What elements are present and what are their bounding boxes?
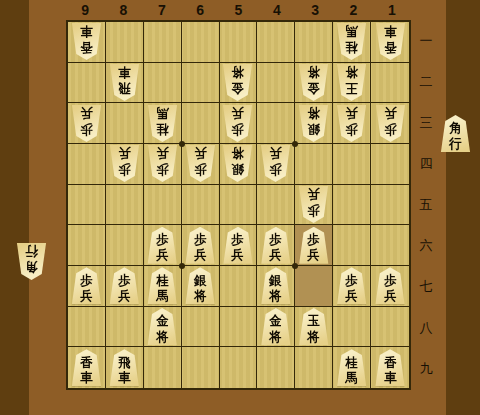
sente-piece[interactable]: 歩兵 <box>147 227 178 264</box>
square-8五[interactable] <box>106 185 144 226</box>
square-3四[interactable] <box>295 144 333 185</box>
sente-piece[interactable]: 歩兵 <box>71 267 102 304</box>
square-5一[interactable] <box>220 22 258 63</box>
square-6六[interactable]: 歩兵 <box>182 225 220 266</box>
shogi-board: 香車桂馬香車飛車金将金将王将歩兵桂馬歩兵銀将歩兵歩兵歩兵歩兵歩兵銀将歩兵歩兵歩兵… <box>66 20 411 390</box>
square-3六[interactable]: 歩兵 <box>295 225 333 266</box>
file-label-9: 9 <box>66 0 104 20</box>
square-3二[interactable]: 金将 <box>295 63 333 104</box>
square-4六[interactable]: 歩兵 <box>257 225 295 266</box>
square-9五[interactable] <box>68 185 106 226</box>
square-8四[interactable]: 歩兵 <box>106 144 144 185</box>
gote-piece[interactable]: 金将 <box>298 64 329 101</box>
square-7六[interactable]: 歩兵 <box>144 225 182 266</box>
square-4二[interactable] <box>257 63 295 104</box>
square-3八[interactable]: 玉将 <box>295 307 333 348</box>
sente-piece[interactable]: 金将 <box>260 308 291 345</box>
gote-piece[interactable]: 歩兵 <box>260 145 291 182</box>
file-label-7: 7 <box>143 0 181 20</box>
rank-label-8: 八 <box>413 308 439 349</box>
square-1六[interactable] <box>371 225 409 266</box>
sente-piece[interactable]: 歩兵 <box>375 267 406 304</box>
square-5九[interactable] <box>220 347 258 388</box>
star-point <box>292 141 298 147</box>
sente-piece[interactable]: 歩兵 <box>185 227 216 264</box>
star-point <box>179 263 185 269</box>
rank-label-5: 五 <box>413 184 439 225</box>
square-5五[interactable] <box>220 185 258 226</box>
sente-piece[interactable]: 歩兵 <box>260 227 291 264</box>
square-2四[interactable] <box>333 144 371 185</box>
sente-piece[interactable]: 桂馬 <box>147 267 178 304</box>
gote-piece[interactable]: 銀将 <box>222 145 253 182</box>
square-7五[interactable] <box>144 185 182 226</box>
file-label-8: 8 <box>104 0 142 20</box>
square-5三[interactable]: 歩兵 <box>220 103 258 144</box>
square-5二[interactable]: 金将 <box>220 63 258 104</box>
square-4一[interactable] <box>257 22 295 63</box>
sente-hand-piece-bishop[interactable]: 角行 <box>440 115 471 152</box>
square-6五[interactable] <box>182 185 220 226</box>
rank-label-7: 七 <box>413 267 439 308</box>
square-3一[interactable] <box>295 22 333 63</box>
square-9八[interactable] <box>68 307 106 348</box>
square-7三[interactable]: 桂馬 <box>144 103 182 144</box>
square-1一[interactable]: 香車 <box>371 22 409 63</box>
sente-piece[interactable]: 玉将 <box>298 308 329 345</box>
gote-piece[interactable]: 歩兵 <box>336 105 367 142</box>
gote-piece[interactable]: 歩兵 <box>147 145 178 182</box>
gote-piece[interactable]: 銀将 <box>298 105 329 142</box>
shogi-app: 987654321 一二三四五六七八九 香車桂馬香車飛車金将金将王将歩兵桂馬歩兵… <box>0 0 480 415</box>
gote-piece[interactable]: 歩兵 <box>298 186 329 223</box>
star-point <box>179 141 185 147</box>
square-7四[interactable]: 歩兵 <box>144 144 182 185</box>
square-4五[interactable] <box>257 185 295 226</box>
gote-piece[interactable]: 金将 <box>222 64 253 101</box>
gote-piece[interactable]: 香車 <box>71 23 102 60</box>
square-5四[interactable]: 銀将 <box>220 144 258 185</box>
square-1九[interactable]: 香車 <box>371 347 409 388</box>
square-7九[interactable] <box>144 347 182 388</box>
square-8九[interactable]: 飛車 <box>106 347 144 388</box>
square-8一[interactable] <box>106 22 144 63</box>
gote-piece[interactable]: 歩兵 <box>185 145 216 182</box>
square-4七[interactable]: 銀将 <box>257 266 295 307</box>
rank-label-1: 一 <box>413 20 439 61</box>
rank-label-2: 二 <box>413 61 439 102</box>
square-2七[interactable]: 歩兵 <box>333 266 371 307</box>
file-label-1: 1 <box>373 0 411 20</box>
square-7二[interactable] <box>144 63 182 104</box>
square-1四[interactable] <box>371 144 409 185</box>
sente-piece[interactable]: 香車 <box>71 349 102 386</box>
square-7一[interactable] <box>144 22 182 63</box>
square-2八[interactable] <box>333 307 371 348</box>
gote-piece[interactable]: 歩兵 <box>71 105 102 142</box>
square-1八[interactable] <box>371 307 409 348</box>
sente-piece[interactable]: 角行 <box>440 115 471 152</box>
file-labels: 987654321 <box>66 0 411 20</box>
gote-hand-piece-bishop[interactable]: 角行 <box>16 243 47 280</box>
square-7八[interactable]: 金将 <box>144 307 182 348</box>
square-7七[interactable]: 桂馬 <box>144 266 182 307</box>
rank-label-4: 四 <box>413 143 439 184</box>
square-9六[interactable] <box>68 225 106 266</box>
square-4四[interactable]: 歩兵 <box>257 144 295 185</box>
sente-piece[interactable]: 香車 <box>375 349 406 386</box>
gote-piece[interactable]: 歩兵 <box>375 105 406 142</box>
star-point <box>292 263 298 269</box>
square-3三[interactable]: 銀将 <box>295 103 333 144</box>
file-label-4: 4 <box>258 0 296 20</box>
square-3五[interactable]: 歩兵 <box>295 185 333 226</box>
gote-piece[interactable]: 桂馬 <box>147 105 178 142</box>
square-3七[interactable] <box>295 266 333 307</box>
square-8八[interactable] <box>106 307 144 348</box>
sente-piece[interactable]: 歩兵 <box>336 267 367 304</box>
gote-piece[interactable]: 香車 <box>375 23 406 60</box>
square-1二[interactable] <box>371 63 409 104</box>
square-6七[interactable]: 銀将 <box>182 266 220 307</box>
gote-piece[interactable]: 角行 <box>16 243 47 280</box>
square-6一[interactable] <box>182 22 220 63</box>
square-3九[interactable] <box>295 347 333 388</box>
square-8二[interactable]: 飛車 <box>106 63 144 104</box>
square-6八[interactable] <box>182 307 220 348</box>
sente-piece[interactable]: 桂馬 <box>336 349 367 386</box>
square-5七[interactable] <box>220 266 258 307</box>
square-5六[interactable]: 歩兵 <box>220 225 258 266</box>
file-label-3: 3 <box>296 0 334 20</box>
rank-label-6: 六 <box>413 226 439 267</box>
sente-piece[interactable]: 銀将 <box>185 267 216 304</box>
gote-piece[interactable]: 桂馬 <box>336 23 367 60</box>
gote-piece[interactable]: 飛車 <box>109 64 140 101</box>
square-6三[interactable] <box>182 103 220 144</box>
gote-hand-tray <box>0 0 29 415</box>
square-6二[interactable] <box>182 63 220 104</box>
sente-piece[interactable]: 歩兵 <box>222 227 253 264</box>
square-2一[interactable]: 桂馬 <box>333 22 371 63</box>
square-9二[interactable] <box>68 63 106 104</box>
sente-piece[interactable]: 歩兵 <box>109 267 140 304</box>
square-6四[interactable]: 歩兵 <box>182 144 220 185</box>
gote-piece[interactable]: 王将 <box>336 64 367 101</box>
square-9三[interactable]: 歩兵 <box>68 103 106 144</box>
sente-piece[interactable]: 歩兵 <box>298 227 329 264</box>
sente-hand-tray <box>446 0 480 415</box>
gote-piece[interactable]: 歩兵 <box>109 145 140 182</box>
square-6九[interactable] <box>182 347 220 388</box>
square-9九[interactable]: 香車 <box>68 347 106 388</box>
square-2九[interactable]: 桂馬 <box>333 347 371 388</box>
square-8六[interactable] <box>106 225 144 266</box>
square-2三[interactable]: 歩兵 <box>333 103 371 144</box>
square-4八[interactable]: 金将 <box>257 307 295 348</box>
square-1七[interactable]: 歩兵 <box>371 266 409 307</box>
rank-label-3: 三 <box>413 102 439 143</box>
square-1三[interactable]: 歩兵 <box>371 103 409 144</box>
gote-piece[interactable]: 歩兵 <box>222 105 253 142</box>
square-1五[interactable] <box>371 185 409 226</box>
square-9四[interactable] <box>68 144 106 185</box>
sente-piece[interactable]: 金将 <box>147 308 178 345</box>
square-4三[interactable] <box>257 103 295 144</box>
square-8七[interactable]: 歩兵 <box>106 266 144 307</box>
sente-piece[interactable]: 飛車 <box>109 349 140 386</box>
sente-piece[interactable]: 銀将 <box>260 267 291 304</box>
rank-labels: 一二三四五六七八九 <box>413 20 439 390</box>
square-2二[interactable]: 王将 <box>333 63 371 104</box>
square-4九[interactable] <box>257 347 295 388</box>
square-2六[interactable] <box>333 225 371 266</box>
square-9七[interactable]: 歩兵 <box>68 266 106 307</box>
square-2五[interactable] <box>333 185 371 226</box>
file-label-2: 2 <box>334 0 372 20</box>
file-label-6: 6 <box>181 0 219 20</box>
file-label-5: 5 <box>219 0 257 20</box>
square-9一[interactable]: 香車 <box>68 22 106 63</box>
square-8三[interactable] <box>106 103 144 144</box>
square-5八[interactable] <box>220 307 258 348</box>
rank-label-9: 九 <box>413 349 439 390</box>
